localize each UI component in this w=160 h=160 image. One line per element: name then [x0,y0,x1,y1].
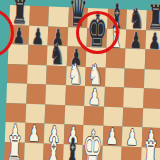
piece-white-knight-d5[interactable]: ♞ [68,61,84,90]
square-f4[interactable] [104,87,124,107]
square-c4[interactable] [45,85,65,105]
square-a5[interactable] [7,64,27,84]
circle-black-king-e7 [76,11,119,54]
square-g4[interactable] [123,87,143,107]
square-g5[interactable] [124,68,144,88]
piece-white-pawn-g2[interactable]: ♟ [125,127,138,149]
piece-white-pawn-b2[interactable]: ♟ [28,123,41,145]
square-f5[interactable] [104,67,124,87]
square-b5[interactable] [27,64,47,84]
piece-black-pawn-g7[interactable]: ♟ [129,29,142,51]
square-h5[interactable] [143,69,160,89]
piece-black-pawn-b7[interactable]: ♟ [32,26,45,48]
piece-white-rook-a1[interactable]: ♜ [6,132,24,160]
piece-black-bishop-d1[interactable]: ♝ [64,133,81,160]
square-b4[interactable] [26,84,46,104]
piece-black-pawn-a7[interactable]: ♟ [12,25,25,47]
piece-white-pawn-e4[interactable]: ♟ [88,86,101,108]
piece-black-pawn-h7[interactable]: ♟ [148,30,160,52]
square-a4[interactable] [6,83,26,103]
piece-white-rook-h1[interactable]: ♜ [142,137,160,160]
piece-black-knight-c6[interactable]: ♞ [49,40,65,69]
app-background: ♜♛♝♞♜♟♟♟♚♝♟♟♞♟♞♞♟♟♟♟♟♟♟♟♜♝♝♚♜ [0,0,160,160]
square-h4[interactable] [143,88,160,108]
piece-white-king-e1[interactable]: ♚ [82,123,104,160]
piece-white-pawn-f2[interactable]: ♟ [106,126,119,148]
piece-white-bishop-c1[interactable]: ♝ [45,133,62,160]
